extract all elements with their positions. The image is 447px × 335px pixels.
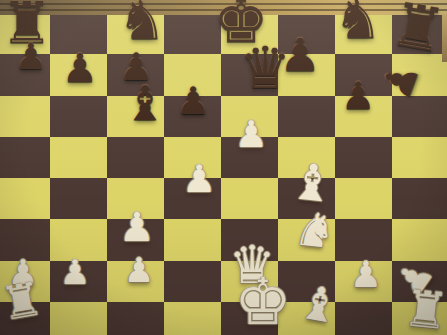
piece-white-knight-f3[interactable]: ♞ [285,204,346,256]
piece-black-pawn-b7[interactable]: ♟ [55,48,105,88]
piece-white-rook-h1[interactable]: ♜ [394,282,447,335]
square-d2[interactable] [164,261,221,302]
piece-black-knight-c8[interactable]: ♞ [110,0,174,48]
piece-black-pawn-a7[interactable]: ♟ [8,39,54,75]
piece-black-pawn-d6[interactable]: ♟ [169,82,217,120]
square-g5[interactable] [335,137,392,178]
piece-white-pawn-d4[interactable]: ♟ [175,160,223,198]
square-e4[interactable] [221,178,278,219]
piece-black-pawn-f7[interactable]: ♟ [272,32,328,78]
square-a5[interactable] [0,137,50,178]
piece-white-bishop-f1[interactable]: ♝ [288,277,351,332]
square-b5[interactable] [50,137,107,178]
piece-white-pawn-g2[interactable]: ♟ [343,257,389,293]
square-d3[interactable] [164,219,221,260]
square-a4[interactable] [0,178,50,219]
chessboard-photo: ♜♟♟♞♟♝♟♚♛♟♞♟♜♟♟♟♟♟♟♟♛♚♝♞♝♟♟♜♜ [0,0,447,335]
piece-white-rook-a1[interactable]: ♜ [0,274,53,329]
piece-white-king-e1[interactable]: ♚ [226,270,300,334]
piece-white-pawn-e5[interactable]: ♟ [228,116,275,153]
square-b4[interactable] [50,178,107,219]
square-d1[interactable] [164,302,221,335]
piece-white-pawn-b2[interactable]: ♟ [53,255,97,289]
square-b1[interactable] [50,302,107,335]
square-c1[interactable] [107,302,164,335]
square-b6[interactable] [50,96,107,137]
square-c5[interactable] [107,137,164,178]
square-a6[interactable] [0,96,50,137]
piece-black-bishop-c6[interactable]: ♝ [116,79,174,127]
square-h4[interactable] [392,178,447,219]
piece-white-pawn-c2[interactable]: ♟ [117,253,161,287]
piece-white-pawn-c3[interactable]: ♟ [112,207,162,247]
square-h5[interactable] [392,137,447,178]
